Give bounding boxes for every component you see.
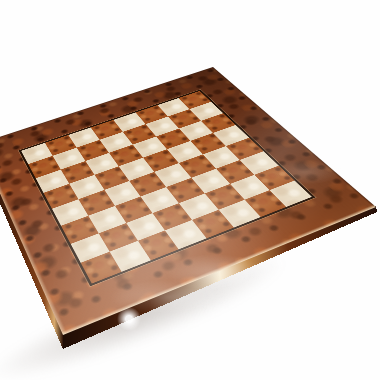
product-photo-scene [0,0,380,380]
